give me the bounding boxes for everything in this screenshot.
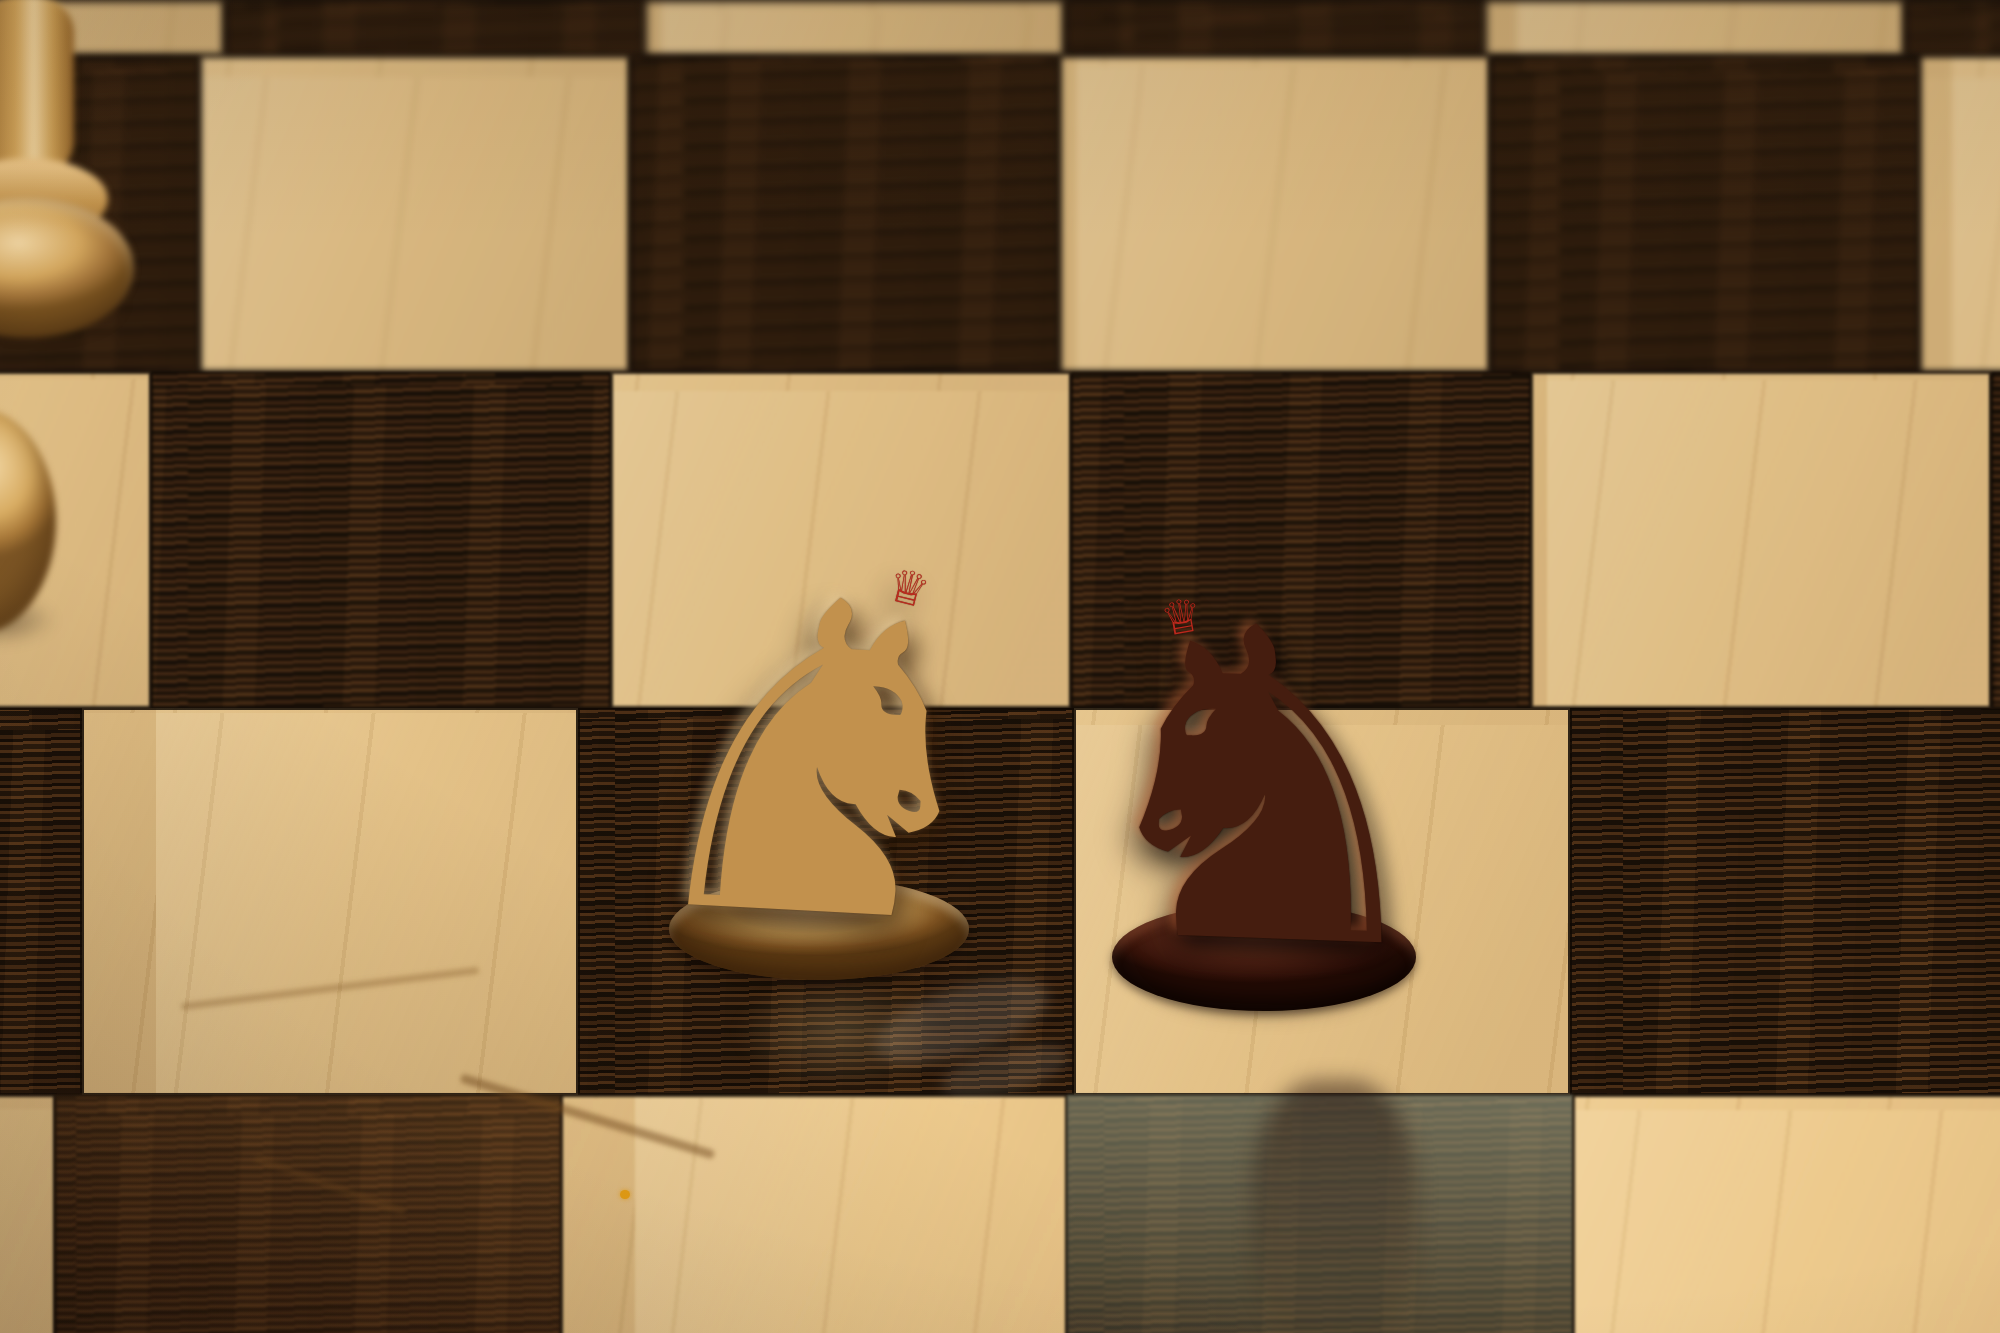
white-knight-glyph: ♞: [615, 537, 1022, 987]
dust-speck: [620, 1190, 630, 1199]
piece-stem: [0, 0, 74, 178]
square-r3c1: [82, 708, 578, 1095]
square-r3c4: [1570, 708, 2000, 1095]
square-r0c5: [1905, 0, 2000, 56]
square-r4c0: [0, 1095, 55, 1333]
square-r2c1: [151, 372, 611, 708]
square-r1c1: [200, 56, 630, 372]
black-knight[interactable]: ♞ ♕: [1074, 530, 1454, 960]
square-r0c4: [1485, 0, 1905, 56]
square-r4c1: [55, 1095, 561, 1333]
square-r2c5: [1991, 372, 2000, 708]
square-r1c3: [1060, 56, 1490, 372]
black-knight-reflection: [1252, 1080, 1417, 1333]
square-r0c1: [225, 0, 645, 56]
partial-white-piece-upper[interactable]: [0, 8, 142, 348]
square-r0c3: [1065, 0, 1485, 56]
square-r1c2: [630, 56, 1060, 372]
white-knight[interactable]: ♞ ♕: [629, 505, 1009, 935]
square-r1c5: [1920, 56, 2000, 372]
square-r4c4: [1573, 1095, 2000, 1333]
square-r3c0: [0, 708, 82, 1095]
square-r2c4: [1531, 372, 1991, 708]
chessboard-photo: ♞ ♕ ♞ ♕: [0, 0, 2000, 1333]
black-knight-glyph: ♞: [1064, 567, 1464, 1010]
partial-white-piece-lower[interactable]: [0, 408, 78, 658]
square-r1c4: [1490, 56, 1920, 372]
square-r0c2: [645, 0, 1065, 56]
